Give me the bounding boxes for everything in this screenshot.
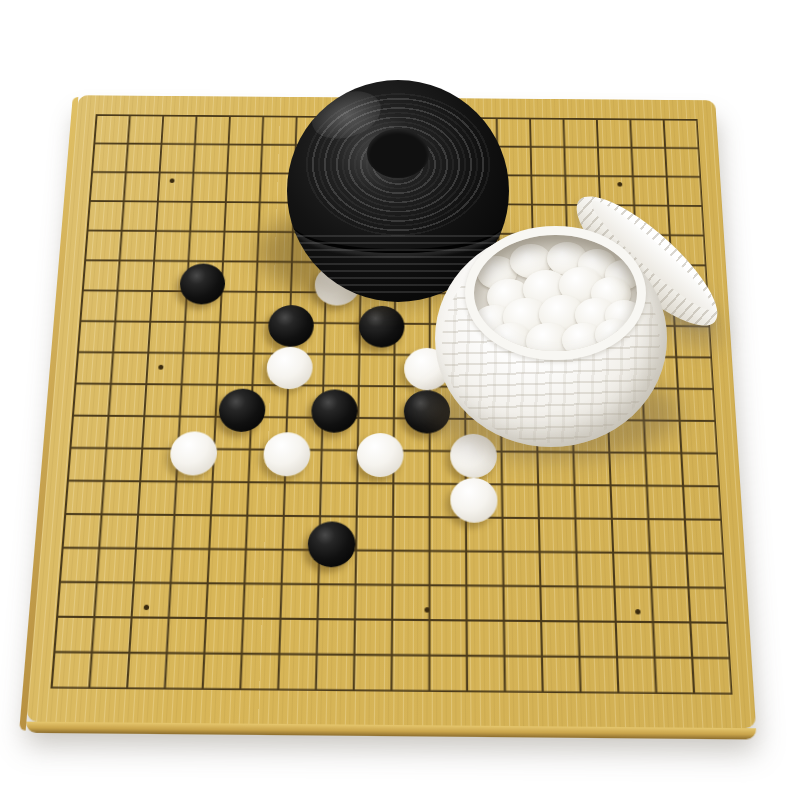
go-set-product-photo bbox=[0, 0, 800, 800]
white-bowl-opening bbox=[465, 226, 646, 361]
star-point bbox=[143, 605, 149, 610]
white-stone[interactable] bbox=[450, 478, 497, 523]
star-point bbox=[424, 607, 429, 612]
white-stone-bowl[interactable] bbox=[435, 230, 667, 447]
black-bowl-lid-cap bbox=[367, 129, 429, 178]
star-point bbox=[158, 364, 163, 369]
star-point bbox=[169, 179, 174, 183]
